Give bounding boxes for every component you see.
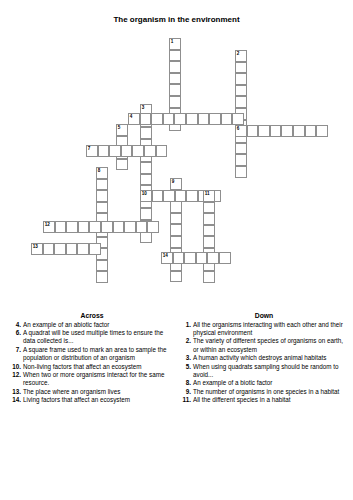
down-heading: Down (178, 312, 350, 319)
clue-item-text: The place where an organism lives (23, 388, 176, 396)
entry-4-across: 4 (128, 113, 244, 125)
grid-cell[interactable]: 8 (96, 167, 108, 179)
grid-cell[interactable]: 5 (116, 124, 128, 136)
grid-cell[interactable] (175, 190, 187, 202)
grid-cell[interactable] (163, 113, 175, 125)
grid-cell[interactable] (140, 113, 152, 125)
clue-item: 13.The place where an organism lives (8, 388, 176, 396)
clue-item-text: A square frame used to mark an area to s… (23, 346, 176, 363)
entry-6-across: 6 (235, 125, 328, 137)
clue-item-number: 7. (8, 346, 23, 363)
grid-cell[interactable] (101, 221, 113, 233)
grid-cell[interactable] (235, 166, 247, 178)
grid-cell[interactable] (132, 145, 144, 157)
entry-13-across: 13 (31, 243, 101, 255)
grid-cell[interactable] (270, 125, 282, 137)
grid-cell[interactable] (258, 125, 270, 137)
grid-cell[interactable] (66, 243, 78, 255)
clue-number-label: 11 (205, 191, 210, 196)
grid-cell[interactable] (170, 201, 182, 213)
entry-12-across: 12 (43, 221, 159, 233)
clue-item: 9.The number of organisms in one species… (178, 388, 350, 396)
grid-cell[interactable] (109, 145, 121, 157)
grid-cell[interactable] (96, 202, 108, 214)
clue-item-text: When two or more organisms interact for … (23, 371, 176, 388)
grid-cell[interactable] (89, 221, 101, 233)
grid-cell[interactable] (235, 73, 247, 85)
grid-cell[interactable]: 9 (170, 178, 182, 190)
clue-number-label: 9 (172, 179, 175, 184)
grid-cell[interactable]: 10 (140, 190, 152, 202)
crossword-page: The organism in the environment 12345678… (0, 0, 353, 500)
grid-cell[interactable] (186, 190, 198, 202)
clue-item-number: 1. (178, 321, 193, 338)
clue-number-label: 5 (118, 125, 121, 130)
clue-number-label: 1 (171, 39, 174, 44)
grid-cell[interactable] (140, 208, 152, 220)
clue-item-text: Non-living factors that affect an ecosys… (23, 363, 176, 371)
grid-cell[interactable] (96, 190, 108, 202)
clue-item-text: Living factors that affect an ecosystem (23, 396, 176, 404)
grid-cell[interactable]: 6 (235, 125, 247, 137)
clue-item: 12.When two or more organisms interact f… (8, 371, 176, 388)
grid-cell[interactable] (170, 213, 182, 225)
grid-cell[interactable] (169, 73, 181, 85)
grid-cell[interactable] (98, 145, 110, 157)
clue-item: 1.All the organisms interacting with eac… (178, 321, 350, 338)
grid-cell[interactable] (173, 252, 185, 264)
grid-cell[interactable] (196, 252, 208, 264)
clue-item-number: 13. (8, 388, 23, 396)
grid-cell[interactable]: 14 (161, 252, 173, 264)
grid-cell[interactable]: 7 (86, 145, 98, 157)
grid-cell[interactable] (96, 179, 108, 191)
grid-cell[interactable]: 1 (169, 38, 181, 50)
clue-item-number: 8. (178, 379, 193, 387)
grid-cell[interactable] (140, 174, 152, 186)
clue-number-label: 12 (45, 222, 50, 227)
grid-cell[interactable] (209, 113, 221, 125)
clue-item-text: An example of a biotic factor (193, 379, 350, 387)
grid-cell[interactable]: 13 (31, 243, 43, 255)
clue-item: 6.A quadrat will be used multiple times … (8, 329, 176, 346)
grid-cell[interactable] (235, 62, 247, 74)
grid-cell[interactable] (169, 50, 181, 62)
clue-item: 4.An example of an abiotic factor (8, 321, 176, 329)
grid-cell[interactable] (43, 243, 55, 255)
clue-number-label: 8 (98, 168, 101, 173)
grid-cell[interactable] (140, 127, 152, 139)
grid-cell[interactable] (170, 224, 182, 236)
grid-cell[interactable] (203, 225, 215, 237)
clue-item-text: All the organisms interacting with each … (193, 321, 350, 338)
grid-cell[interactable] (96, 271, 108, 283)
grid-cell[interactable] (203, 271, 215, 283)
clue-item-number: 5. (178, 363, 193, 380)
clue-item-number: 12. (8, 371, 23, 388)
across-clues-section: Across 4.An example of an abiotic factor… (8, 312, 176, 405)
clue-item-number: 9. (178, 388, 193, 396)
grid-cell[interactable] (144, 145, 156, 157)
clue-item: 3.A human activity which destroys animal… (178, 354, 350, 362)
grid-cell[interactable] (198, 113, 210, 125)
clue-number-label: 13 (33, 244, 38, 249)
clue-item-text: An example of an abiotic factor (23, 321, 176, 329)
across-heading: Across (8, 312, 176, 319)
grid-cell[interactable] (203, 236, 215, 248)
grid-cell[interactable] (305, 125, 317, 137)
grid-cell[interactable] (121, 145, 133, 157)
grid-cell[interactable] (232, 113, 244, 125)
across-clue-list: 4.An example of an abiotic factor6.A qua… (8, 321, 176, 405)
grid-cell[interactable] (89, 243, 101, 255)
entry-14-across: 14 (161, 252, 231, 264)
entry-7-across: 7 (86, 145, 167, 157)
grid-cell[interactable] (316, 125, 328, 137)
grid-cell[interactable] (124, 221, 136, 233)
clue-item: 7.A square frame used to mark an area to… (8, 346, 176, 363)
grid-cell[interactable] (235, 154, 247, 166)
clue-item: 14.Living factors that affect an ecosyst… (8, 396, 176, 404)
clue-item-number: 4. (8, 321, 23, 329)
grid-cell[interactable] (170, 236, 182, 248)
grid-cell[interactable]: 12 (43, 221, 55, 233)
grid-cell[interactable] (54, 243, 66, 255)
grid-cell[interactable]: 11 (203, 190, 215, 202)
clue-item-text: A quadrat will be used multiple times to… (23, 329, 176, 346)
clue-item-number: 11. (178, 396, 193, 404)
clue-item-text: When using quadrats sampling should be r… (193, 363, 350, 380)
clue-number-label: 10 (142, 191, 147, 196)
clue-item: 11.All the different species in a habita… (178, 396, 350, 404)
grid-cell[interactable] (170, 271, 182, 283)
clue-item-number: 14. (8, 396, 23, 404)
clue-number-label: 2 (237, 51, 240, 56)
grid-cell[interactable] (235, 85, 247, 97)
grid-cell[interactable] (77, 243, 89, 255)
page-title: The organism in the environment (0, 15, 353, 24)
grid-cell[interactable] (116, 159, 128, 171)
grid-cell[interactable] (207, 252, 219, 264)
grid-cell[interactable] (235, 96, 247, 108)
grid-cell[interactable] (66, 221, 78, 233)
grid-cell[interactable] (203, 213, 215, 225)
clue-item-text: The number of organisms in one species i… (193, 388, 350, 396)
grid-cell[interactable] (136, 221, 148, 233)
grid-cell[interactable] (156, 145, 168, 157)
clue-item-text: A human activity which destroys animal h… (193, 354, 350, 362)
clue-item-number: 6. (8, 329, 23, 346)
grid-cell[interactable] (96, 260, 108, 272)
grid-cell[interactable] (169, 61, 181, 73)
clue-number-label: 14 (163, 253, 168, 258)
grid-cell[interactable] (147, 221, 159, 233)
clue-item: 10.Non-living factors that affect an eco… (8, 363, 176, 371)
clue-item: 5.When using quadrats sampling should be… (178, 363, 350, 380)
grid-cell[interactable] (151, 113, 163, 125)
grid-cell[interactable] (203, 202, 215, 214)
grid-cell[interactable] (186, 113, 198, 125)
clue-number-label: 4 (130, 114, 133, 119)
clue-number-label: 7 (88, 146, 91, 151)
clue-number-label: 6 (237, 126, 240, 131)
clue-item-text: All the different species in a habitat (193, 396, 350, 404)
grid-cell[interactable] (221, 113, 233, 125)
grid-cell[interactable]: 4 (128, 113, 140, 125)
grid-cell[interactable] (169, 84, 181, 96)
down-clue-list: 1.All the organisms interacting with eac… (178, 321, 350, 405)
grid-cell[interactable] (247, 125, 259, 137)
grid-cell[interactable] (235, 143, 247, 155)
grid-cell[interactable] (184, 252, 196, 264)
grid-cell[interactable] (78, 221, 90, 233)
clue-item-text: The variety of different species of orga… (193, 337, 350, 354)
grid-cell[interactable] (113, 221, 125, 233)
clue-number-label: 3 (142, 105, 145, 110)
clue-item: 8.An example of a biotic factor (178, 379, 350, 387)
clue-item: 2.The variety of different species of or… (178, 337, 350, 354)
grid-cell[interactable] (281, 125, 293, 137)
grid-cell[interactable] (163, 190, 175, 202)
clue-item-number: 2. (178, 337, 193, 354)
grid-cell[interactable]: 2 (235, 50, 247, 62)
entry-11-down: 11 (203, 190, 215, 283)
grid-cell[interactable] (219, 252, 231, 264)
grid-cell[interactable] (293, 125, 305, 137)
grid-cell[interactable] (169, 96, 181, 108)
clue-item-number: 3. (178, 354, 193, 362)
grid-cell[interactable] (140, 232, 152, 244)
grid-cell[interactable] (152, 190, 164, 202)
down-clues-section: Down 1.All the organisms interacting wit… (178, 312, 350, 405)
grid-cell[interactable] (140, 162, 152, 174)
grid-cell[interactable] (174, 113, 186, 125)
grid-cell[interactable] (55, 221, 67, 233)
clue-item-number: 10. (8, 363, 23, 371)
